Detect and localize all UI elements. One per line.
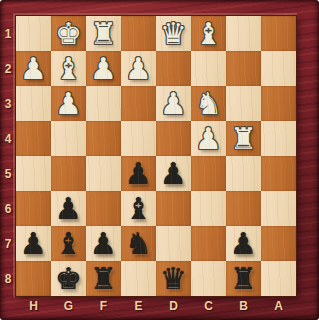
square-b5[interactable] (226, 156, 261, 191)
black-pawn: ♟ (51, 191, 86, 226)
black-king: ♚ (51, 261, 86, 296)
square-f1[interactable]: ♜ (86, 16, 121, 51)
white-rook: ♜ (86, 16, 121, 51)
black-pawn: ♟ (156, 156, 191, 191)
square-h7[interactable]: ♟ (16, 226, 51, 261)
square-b2[interactable] (226, 51, 261, 86)
square-e8[interactable] (121, 261, 156, 296)
square-c4[interactable]: ♟ (191, 121, 226, 156)
black-pawn: ♟ (16, 226, 51, 261)
square-a2[interactable] (261, 51, 296, 86)
black-knight: ♞ (121, 226, 156, 261)
chess-board: ♚♜♛♝♟♝♟♟♟♟♞♟♜♟♟♟♝♟♝♟♞♟♚♜♛♜ (16, 16, 296, 296)
square-h2[interactable]: ♟ (16, 51, 51, 86)
black-pawn: ♟ (86, 226, 121, 261)
square-a1[interactable] (261, 16, 296, 51)
rank-label-8: 8 (0, 261, 16, 296)
white-pawn: ♟ (51, 86, 86, 121)
white-rook: ♜ (226, 121, 261, 156)
white-king: ♚ (51, 16, 86, 51)
white-pawn: ♟ (191, 121, 226, 156)
square-c5[interactable] (191, 156, 226, 191)
file-label-a: A (261, 296, 296, 318)
rank-labels: 12345678 (0, 16, 16, 296)
file-label-h: H (16, 296, 51, 318)
square-b3[interactable] (226, 86, 261, 121)
square-h3[interactable] (16, 86, 51, 121)
rank-label-3: 3 (0, 86, 16, 121)
square-g4[interactable] (51, 121, 86, 156)
square-h4[interactable] (16, 121, 51, 156)
square-a4[interactable] (261, 121, 296, 156)
square-f6[interactable] (86, 191, 121, 226)
square-g8[interactable]: ♚ (51, 261, 86, 296)
square-h8[interactable] (16, 261, 51, 296)
square-c7[interactable] (191, 226, 226, 261)
black-queen: ♛ (156, 261, 191, 296)
chess-diagram: ♚♜♛♝♟♝♟♟♟♟♞♟♜♟♟♟♝♟♝♟♞♟♚♜♛♜ 12345678 HGFE… (0, 0, 319, 320)
white-pawn: ♟ (16, 51, 51, 86)
white-pawn: ♟ (156, 86, 191, 121)
file-labels: HGFEDCBA (16, 296, 296, 318)
square-c2[interactable] (191, 51, 226, 86)
rank-label-7: 7 (0, 226, 16, 261)
rank-label-6: 6 (0, 191, 16, 226)
square-e1[interactable] (121, 16, 156, 51)
square-e4[interactable] (121, 121, 156, 156)
square-f5[interactable] (86, 156, 121, 191)
file-label-d: D (156, 296, 191, 318)
square-d3[interactable]: ♟ (156, 86, 191, 121)
square-f8[interactable]: ♜ (86, 261, 121, 296)
square-e7[interactable]: ♞ (121, 226, 156, 261)
square-f4[interactable] (86, 121, 121, 156)
rank-label-4: 4 (0, 121, 16, 156)
black-pawn: ♟ (121, 156, 156, 191)
file-label-f: F (86, 296, 121, 318)
file-label-e: E (121, 296, 156, 318)
white-bishop: ♝ (51, 51, 86, 86)
square-f2[interactable]: ♟ (86, 51, 121, 86)
square-b8[interactable]: ♜ (226, 261, 261, 296)
square-a5[interactable] (261, 156, 296, 191)
square-g1[interactable]: ♚ (51, 16, 86, 51)
square-d6[interactable] (156, 191, 191, 226)
square-d8[interactable]: ♛ (156, 261, 191, 296)
square-f7[interactable]: ♟ (86, 226, 121, 261)
square-a6[interactable] (261, 191, 296, 226)
square-h1[interactable] (16, 16, 51, 51)
black-pawn: ♟ (226, 226, 261, 261)
white-bishop: ♝ (191, 16, 226, 51)
black-bishop: ♝ (51, 226, 86, 261)
square-d2[interactable] (156, 51, 191, 86)
square-b6[interactable] (226, 191, 261, 226)
rank-label-5: 5 (0, 156, 16, 191)
square-e6[interactable]: ♝ (121, 191, 156, 226)
square-g5[interactable] (51, 156, 86, 191)
square-a8[interactable] (261, 261, 296, 296)
square-e5[interactable]: ♟ (121, 156, 156, 191)
white-pawn: ♟ (121, 51, 156, 86)
square-d1[interactable]: ♛ (156, 16, 191, 51)
black-bishop: ♝ (121, 191, 156, 226)
square-d7[interactable] (156, 226, 191, 261)
black-rook: ♜ (226, 261, 261, 296)
square-c8[interactable] (191, 261, 226, 296)
square-h5[interactable] (16, 156, 51, 191)
square-g6[interactable]: ♟ (51, 191, 86, 226)
black-rook: ♜ (86, 261, 121, 296)
square-d4[interactable] (156, 121, 191, 156)
square-e2[interactable]: ♟ (121, 51, 156, 86)
file-label-c: C (191, 296, 226, 318)
square-d5[interactable]: ♟ (156, 156, 191, 191)
square-c3[interactable]: ♞ (191, 86, 226, 121)
square-a3[interactable] (261, 86, 296, 121)
square-b4[interactable]: ♜ (226, 121, 261, 156)
square-g3[interactable]: ♟ (51, 86, 86, 121)
rank-label-2: 2 (0, 51, 16, 86)
square-g7[interactable]: ♝ (51, 226, 86, 261)
square-b1[interactable] (226, 16, 261, 51)
square-f3[interactable] (86, 86, 121, 121)
square-c6[interactable] (191, 191, 226, 226)
white-pawn: ♟ (86, 51, 121, 86)
square-c1[interactable]: ♝ (191, 16, 226, 51)
file-label-g: G (51, 296, 86, 318)
square-h6[interactable] (16, 191, 51, 226)
square-g2[interactable]: ♝ (51, 51, 86, 86)
rank-label-1: 1 (0, 16, 16, 51)
white-knight: ♞ (191, 86, 226, 121)
square-a7[interactable] (261, 226, 296, 261)
square-e3[interactable] (121, 86, 156, 121)
white-queen: ♛ (156, 16, 191, 51)
square-b7[interactable]: ♟ (226, 226, 261, 261)
file-label-b: B (226, 296, 261, 318)
